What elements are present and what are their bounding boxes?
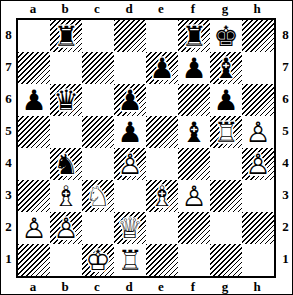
square-e1[interactable] bbox=[146, 244, 178, 276]
rank-label-1: 1 bbox=[278, 243, 293, 275]
square-d8[interactable] bbox=[114, 20, 146, 52]
square-c2[interactable] bbox=[82, 212, 114, 244]
square-d4[interactable]: ♟♙ bbox=[114, 148, 146, 180]
piece-halo: ♟ bbox=[242, 116, 274, 148]
rank-label-8: 8 bbox=[1, 19, 16, 51]
file-label-g: g bbox=[209, 1, 241, 17]
square-c3[interactable]: ♞♘ bbox=[82, 180, 114, 212]
square-c8[interactable] bbox=[82, 20, 114, 52]
piece-white-pawn[interactable]: ♙ bbox=[114, 148, 146, 180]
file-label-g: g bbox=[209, 279, 241, 295]
piece-black-knight[interactable]: ♞ bbox=[50, 148, 82, 180]
file-label-h: h bbox=[241, 1, 273, 17]
piece-halo: ♟ bbox=[210, 84, 242, 116]
rank-labels-left: 87654321 bbox=[1, 19, 16, 275]
piece-black-bishop[interactable]: ♝ bbox=[178, 116, 210, 148]
square-a4[interactable] bbox=[18, 148, 50, 180]
square-d6[interactable]: ♟♟ bbox=[114, 84, 146, 116]
file-label-h: h bbox=[241, 279, 273, 295]
square-e3[interactable]: ♝♗ bbox=[146, 180, 178, 212]
square-a3[interactable] bbox=[18, 180, 50, 212]
piece-white-pawn[interactable]: ♙ bbox=[178, 180, 210, 212]
square-h2[interactable] bbox=[242, 212, 274, 244]
piece-white-rook[interactable]: ♖ bbox=[114, 244, 146, 276]
piece-black-rook[interactable]: ♜ bbox=[178, 20, 210, 52]
rank-label-2: 2 bbox=[1, 211, 16, 243]
square-d3[interactable] bbox=[114, 180, 146, 212]
file-label-b: b bbox=[49, 279, 81, 295]
piece-black-bishop[interactable]: ♝ bbox=[210, 52, 242, 84]
piece-halo: ♟ bbox=[18, 212, 50, 244]
piece-black-pawn[interactable]: ♟ bbox=[178, 52, 210, 84]
piece-white-bishop[interactable]: ♗ bbox=[50, 180, 82, 212]
piece-halo: ♜ bbox=[178, 20, 210, 52]
square-h6[interactable] bbox=[242, 84, 274, 116]
rank-label-8: 8 bbox=[278, 19, 293, 51]
square-c1[interactable]: ♚♔ bbox=[82, 244, 114, 276]
piece-halo: ♝ bbox=[50, 180, 82, 212]
square-g2[interactable] bbox=[210, 212, 242, 244]
square-a1[interactable] bbox=[18, 244, 50, 276]
chess-diagram: abcdefgh 87654321 87654321 abcdefgh ♜♜♜♜… bbox=[0, 0, 293, 295]
piece-black-pawn[interactable]: ♟ bbox=[210, 84, 242, 116]
rank-label-3: 3 bbox=[1, 179, 16, 211]
square-a5[interactable] bbox=[18, 116, 50, 148]
piece-halo: ♜ bbox=[50, 20, 82, 52]
square-b6[interactable]: ♛♛ bbox=[50, 84, 82, 116]
square-f1[interactable] bbox=[178, 244, 210, 276]
file-label-c: c bbox=[81, 1, 113, 17]
square-a7[interactable] bbox=[18, 52, 50, 84]
file-label-b: b bbox=[49, 1, 81, 17]
rank-label-7: 7 bbox=[278, 51, 293, 83]
square-f3[interactable]: ♟♙ bbox=[178, 180, 210, 212]
piece-halo: ♛ bbox=[50, 84, 82, 116]
piece-black-queen[interactable]: ♛ bbox=[50, 84, 82, 116]
piece-halo: ♟ bbox=[114, 116, 146, 148]
square-a2[interactable]: ♟♙ bbox=[18, 212, 50, 244]
square-g4[interactable] bbox=[210, 148, 242, 180]
square-f2[interactable] bbox=[178, 212, 210, 244]
piece-halo: ♟ bbox=[114, 148, 146, 180]
square-g5[interactable]: ♜♖ bbox=[210, 116, 242, 148]
piece-white-pawn[interactable]: ♙ bbox=[242, 148, 274, 180]
piece-halo: ♝ bbox=[210, 52, 242, 84]
file-label-e: e bbox=[145, 1, 177, 17]
piece-black-pawn[interactable]: ♟ bbox=[114, 116, 146, 148]
square-f6[interactable] bbox=[178, 84, 210, 116]
piece-halo: ♜ bbox=[114, 244, 146, 276]
file-label-f: f bbox=[177, 279, 209, 295]
piece-halo: ♟ bbox=[242, 148, 274, 180]
square-h5[interactable]: ♟♙ bbox=[242, 116, 274, 148]
square-h7[interactable] bbox=[242, 52, 274, 84]
square-b7[interactable] bbox=[50, 52, 82, 84]
piece-black-rook[interactable]: ♜ bbox=[50, 20, 82, 52]
rank-label-6: 6 bbox=[1, 83, 16, 115]
rank-label-1: 1 bbox=[1, 243, 16, 275]
file-label-e: e bbox=[145, 279, 177, 295]
rank-label-4: 4 bbox=[1, 147, 16, 179]
piece-halo: ♟ bbox=[114, 84, 146, 116]
file-label-c: c bbox=[81, 279, 113, 295]
square-b5[interactable] bbox=[50, 116, 82, 148]
rank-label-2: 2 bbox=[278, 211, 293, 243]
piece-white-pawn[interactable]: ♙ bbox=[18, 212, 50, 244]
square-a6[interactable]: ♟♟ bbox=[18, 84, 50, 116]
square-g8[interactable]: ♚♚ bbox=[210, 20, 242, 52]
rank-label-7: 7 bbox=[1, 51, 16, 83]
square-d2[interactable]: ♛♕ bbox=[114, 212, 146, 244]
rank-label-4: 4 bbox=[278, 147, 293, 179]
square-e5[interactable] bbox=[146, 116, 178, 148]
piece-halo: ♚ bbox=[210, 20, 242, 52]
file-labels-top: abcdefgh bbox=[17, 1, 273, 17]
square-f7[interactable]: ♟♟ bbox=[178, 52, 210, 84]
piece-halo: ♞ bbox=[82, 180, 114, 212]
square-g1[interactable] bbox=[210, 244, 242, 276]
piece-halo: ♞ bbox=[50, 148, 82, 180]
square-e4[interactable] bbox=[146, 148, 178, 180]
square-c4[interactable] bbox=[82, 148, 114, 180]
piece-white-rook[interactable]: ♖ bbox=[210, 116, 242, 148]
square-d1[interactable]: ♜♖ bbox=[114, 244, 146, 276]
square-f8[interactable]: ♜♜ bbox=[178, 20, 210, 52]
square-f4[interactable] bbox=[178, 148, 210, 180]
piece-halo: ♝ bbox=[178, 116, 210, 148]
piece-black-king[interactable]: ♚ bbox=[210, 20, 242, 52]
piece-halo: ♛ bbox=[114, 212, 146, 244]
square-e8[interactable] bbox=[146, 20, 178, 52]
piece-white-queen[interactable]: ♕ bbox=[114, 212, 146, 244]
piece-halo: ♟ bbox=[50, 212, 82, 244]
square-h3[interactable] bbox=[242, 180, 274, 212]
square-e2[interactable] bbox=[146, 212, 178, 244]
piece-black-pawn[interactable]: ♟ bbox=[146, 52, 178, 84]
square-c7[interactable] bbox=[82, 52, 114, 84]
square-h4[interactable]: ♟♙ bbox=[242, 148, 274, 180]
square-g6[interactable]: ♟♟ bbox=[210, 84, 242, 116]
piece-halo: ♜ bbox=[210, 116, 242, 148]
square-f5[interactable]: ♝♝ bbox=[178, 116, 210, 148]
rank-label-5: 5 bbox=[278, 115, 293, 147]
piece-white-bishop[interactable]: ♗ bbox=[146, 180, 178, 212]
piece-white-pawn[interactable]: ♙ bbox=[242, 116, 274, 148]
square-b3[interactable]: ♝♗ bbox=[50, 180, 82, 212]
piece-halo: ♝ bbox=[146, 180, 178, 212]
rank-label-3: 3 bbox=[278, 179, 293, 211]
square-h8[interactable] bbox=[242, 20, 274, 52]
file-label-d: d bbox=[113, 1, 145, 17]
square-d7[interactable] bbox=[114, 52, 146, 84]
square-b1[interactable] bbox=[50, 244, 82, 276]
square-d5[interactable]: ♟♟ bbox=[114, 116, 146, 148]
square-a8[interactable] bbox=[18, 20, 50, 52]
piece-black-pawn[interactable]: ♟ bbox=[114, 84, 146, 116]
square-c5[interactable] bbox=[82, 116, 114, 148]
piece-white-pawn[interactable]: ♙ bbox=[50, 212, 82, 244]
piece-black-pawn[interactable]: ♟ bbox=[18, 84, 50, 116]
file-labels-bottom: abcdefgh bbox=[17, 279, 273, 295]
square-e6[interactable] bbox=[146, 84, 178, 116]
piece-halo: ♚ bbox=[82, 244, 114, 276]
piece-white-king[interactable]: ♔ bbox=[82, 244, 114, 276]
file-label-a: a bbox=[17, 279, 49, 295]
piece-white-knight[interactable]: ♘ bbox=[82, 180, 114, 212]
chess-board: ♜♜♜♜♚♚♟♟♟♟♝♝♟♟♛♛♟♟♟♟♟♟♝♝♜♖♟♙♞♞♟♙♟♙♝♗♞♘♝♗… bbox=[16, 18, 276, 278]
square-c6[interactable] bbox=[82, 84, 114, 116]
piece-halo: ♟ bbox=[178, 52, 210, 84]
square-b2[interactable]: ♟♙ bbox=[50, 212, 82, 244]
square-h1[interactable] bbox=[242, 244, 274, 276]
rank-labels-right: 87654321 bbox=[278, 19, 293, 275]
file-label-a: a bbox=[17, 1, 49, 17]
piece-halo: ♟ bbox=[178, 180, 210, 212]
square-g3[interactable] bbox=[210, 180, 242, 212]
square-b4[interactable]: ♞♞ bbox=[50, 148, 82, 180]
square-g7[interactable]: ♝♝ bbox=[210, 52, 242, 84]
file-label-d: d bbox=[113, 279, 145, 295]
rank-label-6: 6 bbox=[278, 83, 293, 115]
piece-halo: ♟ bbox=[146, 52, 178, 84]
square-b8[interactable]: ♜♜ bbox=[50, 20, 82, 52]
piece-halo: ♟ bbox=[18, 84, 50, 116]
square-e7[interactable]: ♟♟ bbox=[146, 52, 178, 84]
file-label-f: f bbox=[177, 1, 209, 17]
rank-label-5: 5 bbox=[1, 115, 16, 147]
